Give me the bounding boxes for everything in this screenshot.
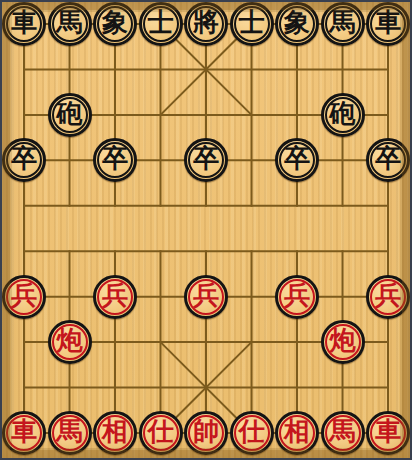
piece-glyph: 兵 xyxy=(102,283,128,309)
red-elephant[interactable]: 相 xyxy=(275,411,319,455)
piece-glyph: 帥 xyxy=(193,419,219,445)
red-advisor[interactable]: 仕 xyxy=(230,411,274,455)
piece-glyph: 馬 xyxy=(330,419,356,445)
red-cannon[interactable]: 炮 xyxy=(321,320,365,364)
piece-glyph: 炮 xyxy=(57,328,83,354)
black-soldier[interactable]: 卒 xyxy=(2,138,46,182)
piece-glyph: 相 xyxy=(102,419,128,445)
piece-glyph: 兵 xyxy=(193,283,219,309)
black-chariot[interactable]: 車 xyxy=(366,2,410,46)
black-general[interactable]: 將 xyxy=(184,2,228,46)
piece-glyph: 兵 xyxy=(284,283,310,309)
red-soldier[interactable]: 兵 xyxy=(184,275,228,319)
piece-glyph: 象 xyxy=(102,10,128,36)
red-horse[interactable]: 馬 xyxy=(321,411,365,455)
piece-glyph: 將 xyxy=(193,10,219,36)
black-cannon[interactable]: 砲 xyxy=(48,93,92,137)
red-general[interactable]: 帥 xyxy=(184,411,228,455)
black-cannon[interactable]: 砲 xyxy=(321,93,365,137)
piece-glyph: 士 xyxy=(148,10,174,36)
black-soldier[interactable]: 卒 xyxy=(366,138,410,182)
piece-glyph: 仕 xyxy=(239,419,265,445)
piece-glyph: 車 xyxy=(375,10,401,36)
piece-glyph: 卒 xyxy=(284,146,310,172)
black-horse[interactable]: 馬 xyxy=(48,2,92,46)
red-elephant[interactable]: 相 xyxy=(93,411,137,455)
black-soldier[interactable]: 卒 xyxy=(184,138,228,182)
black-advisor[interactable]: 士 xyxy=(230,2,274,46)
piece-glyph: 卒 xyxy=(11,146,37,172)
piece-glyph: 卒 xyxy=(193,146,219,172)
red-horse[interactable]: 馬 xyxy=(48,411,92,455)
piece-glyph: 象 xyxy=(284,10,310,36)
piece-glyph: 卒 xyxy=(102,146,128,172)
piece-glyph: 砲 xyxy=(330,101,356,127)
red-soldier[interactable]: 兵 xyxy=(93,275,137,319)
red-soldier[interactable]: 兵 xyxy=(2,275,46,319)
black-chariot[interactable]: 車 xyxy=(2,2,46,46)
red-soldier[interactable]: 兵 xyxy=(275,275,319,319)
red-soldier[interactable]: 兵 xyxy=(366,275,410,319)
piece-glyph: 車 xyxy=(11,419,37,445)
black-soldier[interactable]: 卒 xyxy=(93,138,137,182)
pieces-layer: 車馬象士將士象馬車砲砲卒卒卒卒卒兵兵兵兵兵炮炮車馬相仕帥仕相馬車 xyxy=(0,0,412,460)
piece-glyph: 相 xyxy=(284,419,310,445)
piece-glyph: 馬 xyxy=(57,10,83,36)
piece-glyph: 士 xyxy=(239,10,265,36)
piece-glyph: 兵 xyxy=(375,283,401,309)
black-elephant[interactable]: 象 xyxy=(93,2,137,46)
piece-glyph: 仕 xyxy=(148,419,174,445)
black-advisor[interactable]: 士 xyxy=(139,2,183,46)
piece-glyph: 炮 xyxy=(330,328,356,354)
piece-glyph: 卒 xyxy=(375,146,401,172)
red-cannon[interactable]: 炮 xyxy=(48,320,92,364)
piece-glyph: 兵 xyxy=(11,283,37,309)
red-chariot[interactable]: 車 xyxy=(2,411,46,455)
black-soldier[interactable]: 卒 xyxy=(275,138,319,182)
piece-glyph: 車 xyxy=(11,10,37,36)
piece-glyph: 砲 xyxy=(57,101,83,127)
red-chariot[interactable]: 車 xyxy=(366,411,410,455)
xiangqi-board[interactable]: 車馬象士將士象馬車砲砲卒卒卒卒卒兵兵兵兵兵炮炮車馬相仕帥仕相馬車 xyxy=(0,0,412,460)
red-advisor[interactable]: 仕 xyxy=(139,411,183,455)
piece-glyph: 馬 xyxy=(330,10,356,36)
piece-glyph: 車 xyxy=(375,419,401,445)
piece-glyph: 馬 xyxy=(57,419,83,445)
black-horse[interactable]: 馬 xyxy=(321,2,365,46)
black-elephant[interactable]: 象 xyxy=(275,2,319,46)
